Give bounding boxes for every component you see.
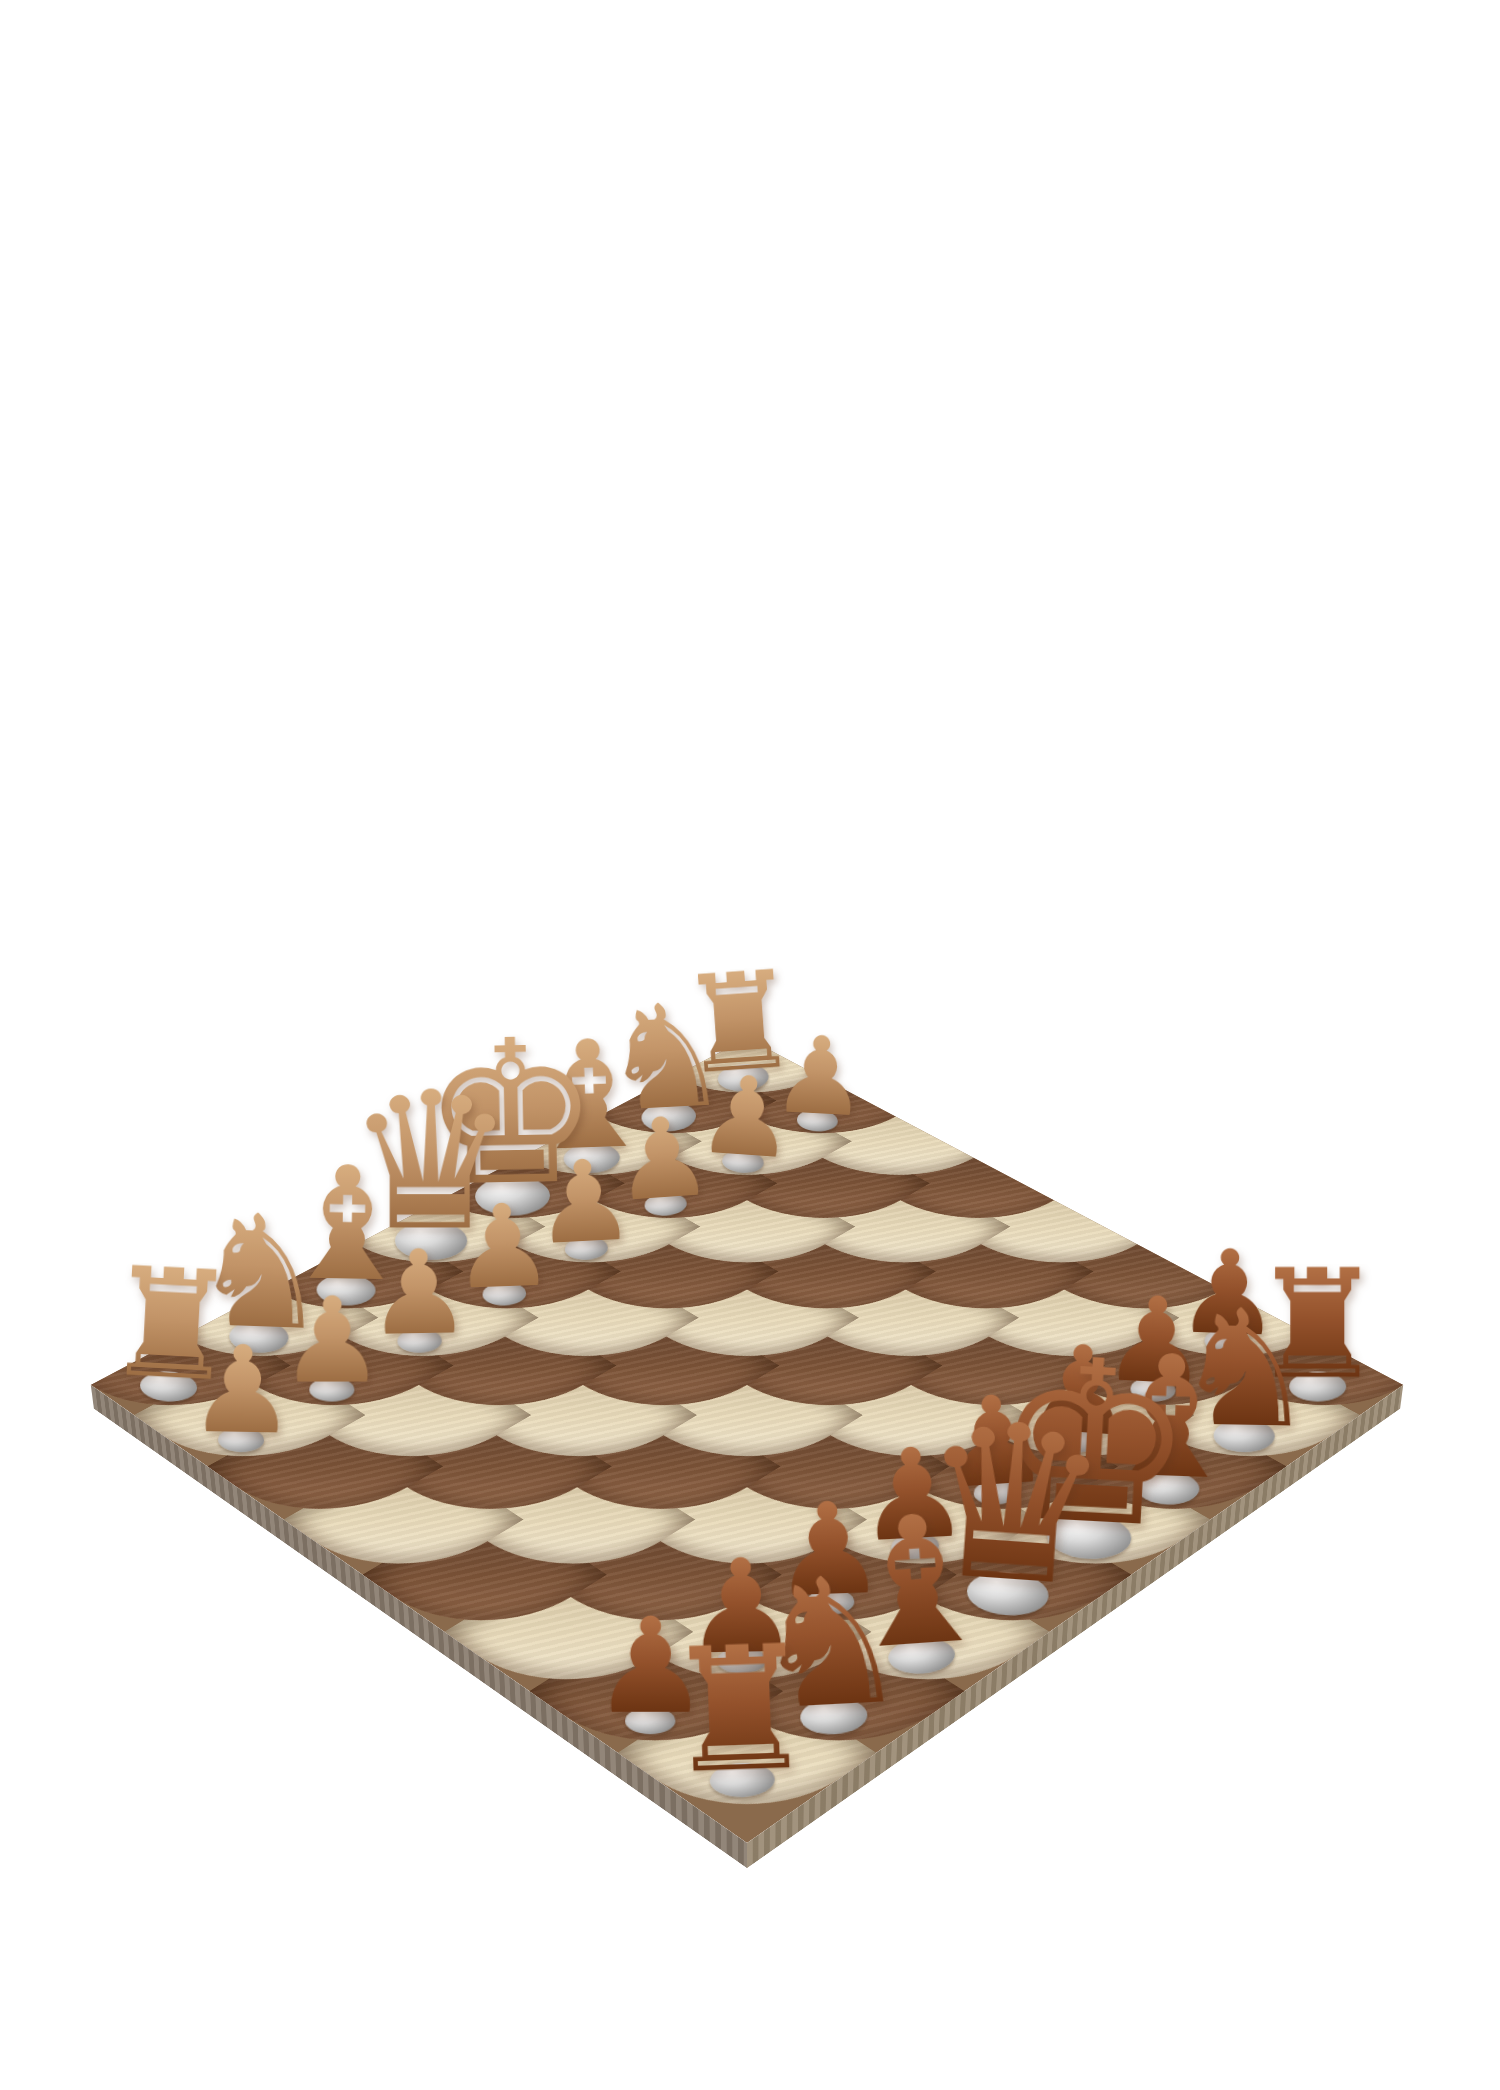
piece-shadow bbox=[544, 1219, 635, 1272]
chess-board: ♜♟♟♜♞♟♟♞♝♟♟♝♚♟♟♚♛♟♟♛♝♟♟♝♞♟♟♞♜♟♟♜ bbox=[91, 1038, 1403, 1843]
piece-shadow bbox=[703, 1055, 789, 1101]
piece-shadow bbox=[702, 1135, 791, 1184]
piece-shadow bbox=[377, 1310, 471, 1366]
piece-shadow bbox=[777, 1094, 865, 1142]
piece-shadow bbox=[389, 1219, 480, 1272]
piece-shadow bbox=[471, 1176, 561, 1227]
piece-shadow bbox=[462, 1264, 555, 1318]
piece-shadow bbox=[628, 1094, 715, 1142]
piece-shadow bbox=[624, 1176, 714, 1227]
piece-glyph: ♜ bbox=[661, 1638, 819, 1780]
piece-shadow bbox=[551, 1135, 640, 1184]
product-photo-wobble-chess: ♜♟♟♜♞♟♟♞♝♟♟♝♚♟♟♚♛♟♟♛♝♟♟♝♞♟♟♞♜♟♟♜ bbox=[0, 0, 1500, 2090]
piece-glyph: ♟ bbox=[188, 1341, 297, 1439]
